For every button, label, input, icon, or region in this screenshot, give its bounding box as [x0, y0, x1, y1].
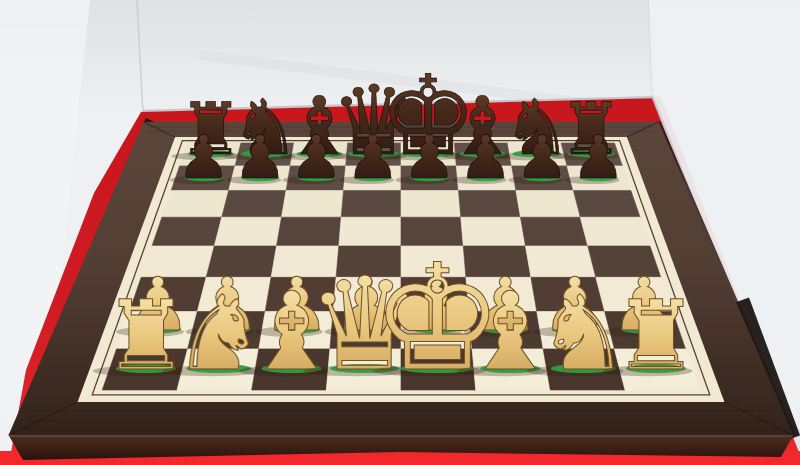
- square-b6: [222, 191, 286, 218]
- square-b5: [214, 217, 281, 246]
- square-a6: [162, 191, 229, 218]
- black-pawn-glyph: ♟: [572, 122, 626, 192]
- piece-white-rook-h1: ♜: [603, 280, 699, 392]
- square-g6: [516, 191, 580, 218]
- piece-black-pawn-c7: ♟: [283, 122, 344, 192]
- square-h6: [573, 191, 640, 218]
- square-f6: [459, 191, 521, 218]
- square-c6: [282, 191, 344, 218]
- white-rook-glyph: ♜: [613, 280, 699, 392]
- piece-black-pawn-d7: ♟: [339, 122, 400, 192]
- piece-black-pawn-f7: ♟: [452, 122, 513, 192]
- square-c5: [277, 217, 342, 246]
- square-d6: [341, 191, 401, 218]
- square-a5: [152, 217, 222, 246]
- piece-black-pawn-b7: ♟: [226, 122, 287, 192]
- black-pawn-glyph: ♟: [515, 122, 569, 192]
- black-pawn-glyph: ♟: [290, 122, 344, 192]
- black-pawn-glyph: ♟: [177, 122, 231, 192]
- square-g5: [521, 217, 588, 246]
- black-pawn-glyph: ♟: [233, 122, 287, 192]
- black-pawn-glyph: ♟: [346, 122, 400, 192]
- piece-black-pawn-g7: ♟: [508, 122, 569, 192]
- piece-black-pawn-e7: ♟: [395, 122, 456, 192]
- chess-photo-svg: ♜♞♝♛♚♝♞♜♟♟♟♟♟♟♟♟♟♟♟♟♟♟♟♟♜♞♝♛♚♝♞♜: [0, 0, 800, 465]
- black-pawn-glyph: ♟: [459, 122, 513, 192]
- square-h5: [580, 217, 650, 246]
- black-pawn-glyph: ♟: [402, 122, 456, 192]
- piece-black-pawn-a7: ♟: [170, 122, 231, 192]
- square-e6: [401, 191, 461, 218]
- piece-black-pawn-h7: ♟: [564, 122, 625, 192]
- chessboard-photo-scene: ♜♞♝♛♚♝♞♜♟♟♟♟♟♟♟♟♟♟♟♟♟♟♟♟♜♞♝♛♚♝♞♜: [0, 0, 800, 465]
